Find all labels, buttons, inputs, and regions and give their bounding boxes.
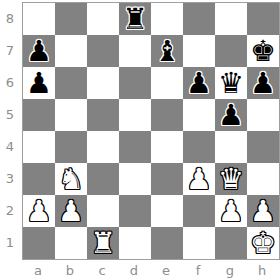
square-d2[interactable] xyxy=(119,195,151,227)
square-e7[interactable]: ♝ xyxy=(151,35,183,67)
piece-black-pawn[interactable]: ♟ xyxy=(183,67,215,99)
square-a1[interactable] xyxy=(23,227,55,259)
square-e3[interactable] xyxy=(151,163,183,195)
square-g4[interactable] xyxy=(215,131,247,163)
square-f2[interactable] xyxy=(183,195,215,227)
square-a7[interactable]: ♟ xyxy=(23,35,55,67)
square-f4[interactable] xyxy=(183,131,215,163)
file-labels: abcdefgh xyxy=(22,260,278,280)
square-a8[interactable] xyxy=(23,3,55,35)
piece-black-queen[interactable]: ♛ xyxy=(215,67,247,99)
square-f1[interactable] xyxy=(183,227,215,259)
square-g3[interactable]: ♛ xyxy=(215,163,247,195)
square-c2[interactable] xyxy=(87,195,119,227)
file-label-c: c xyxy=(86,260,118,280)
square-c5[interactable] xyxy=(87,99,119,131)
square-d6[interactable] xyxy=(119,67,151,99)
square-d5[interactable] xyxy=(119,99,151,131)
square-g1[interactable] xyxy=(215,227,247,259)
square-b6[interactable] xyxy=(55,67,87,99)
piece-black-bishop[interactable]: ♝ xyxy=(151,35,183,67)
square-h8[interactable] xyxy=(247,3,279,35)
square-h3[interactable] xyxy=(247,163,279,195)
square-b3[interactable]: ♞ xyxy=(55,163,87,195)
square-c8[interactable] xyxy=(87,3,119,35)
square-d1[interactable] xyxy=(119,227,151,259)
square-d3[interactable] xyxy=(119,163,151,195)
square-g5[interactable]: ♟ xyxy=(215,99,247,131)
rank-label-2: 2 xyxy=(0,194,20,226)
square-c6[interactable] xyxy=(87,67,119,99)
piece-white-queen[interactable]: ♛ xyxy=(215,163,247,195)
square-e2[interactable] xyxy=(151,195,183,227)
square-e4[interactable] xyxy=(151,131,183,163)
square-c1[interactable]: ♜ xyxy=(87,227,119,259)
piece-white-king[interactable]: ♚ xyxy=(247,227,279,259)
square-b1[interactable] xyxy=(55,227,87,259)
chess-diagram: 87654321 ♜♟♝♚♟♟♛♟♟♞♟♛♟♟♟♟♜♚ abcdefgh xyxy=(0,0,280,280)
square-a6[interactable]: ♟ xyxy=(23,67,55,99)
piece-white-pawn[interactable]: ♟ xyxy=(183,163,215,195)
square-h1[interactable]: ♚ xyxy=(247,227,279,259)
file-label-g: g xyxy=(214,260,246,280)
rank-label-4: 4 xyxy=(0,130,20,162)
square-d8[interactable]: ♜ xyxy=(119,3,151,35)
rank-label-6: 6 xyxy=(0,66,20,98)
square-h5[interactable] xyxy=(247,99,279,131)
file-label-a: a xyxy=(22,260,54,280)
piece-white-knight[interactable]: ♞ xyxy=(55,163,87,195)
square-e5[interactable] xyxy=(151,99,183,131)
square-g2[interactable]: ♟ xyxy=(215,195,247,227)
piece-black-pawn[interactable]: ♟ xyxy=(215,99,247,131)
piece-black-pawn[interactable]: ♟ xyxy=(23,67,55,99)
file-label-h: h xyxy=(246,260,278,280)
square-b8[interactable] xyxy=(55,3,87,35)
piece-black-pawn[interactable]: ♟ xyxy=(23,35,55,67)
square-e1[interactable] xyxy=(151,227,183,259)
piece-black-rook[interactable]: ♜ xyxy=(119,3,151,35)
piece-black-king[interactable]: ♚ xyxy=(247,35,279,67)
square-h4[interactable] xyxy=(247,131,279,163)
square-d4[interactable] xyxy=(119,131,151,163)
piece-black-pawn[interactable]: ♟ xyxy=(247,67,279,99)
square-h6[interactable]: ♟ xyxy=(247,67,279,99)
square-f3[interactable]: ♟ xyxy=(183,163,215,195)
square-b4[interactable] xyxy=(55,131,87,163)
piece-white-pawn[interactable]: ♟ xyxy=(247,195,279,227)
square-e8[interactable] xyxy=(151,3,183,35)
file-label-b: b xyxy=(54,260,86,280)
square-a3[interactable] xyxy=(23,163,55,195)
square-g7[interactable] xyxy=(215,35,247,67)
piece-white-pawn[interactable]: ♟ xyxy=(215,195,247,227)
square-c4[interactable] xyxy=(87,131,119,163)
square-g6[interactable]: ♛ xyxy=(215,67,247,99)
square-a5[interactable] xyxy=(23,99,55,131)
rank-label-8: 8 xyxy=(0,2,20,34)
piece-white-pawn[interactable]: ♟ xyxy=(23,195,55,227)
square-e6[interactable] xyxy=(151,67,183,99)
square-b5[interactable] xyxy=(55,99,87,131)
chess-board[interactable]: ♜♟♝♚♟♟♛♟♟♞♟♛♟♟♟♟♜♚ xyxy=(22,2,280,260)
rank-label-1: 1 xyxy=(0,226,20,258)
square-f6[interactable]: ♟ xyxy=(183,67,215,99)
square-f7[interactable] xyxy=(183,35,215,67)
file-label-e: e xyxy=(150,260,182,280)
square-c7[interactable] xyxy=(87,35,119,67)
square-h2[interactable]: ♟ xyxy=(247,195,279,227)
square-g8[interactable] xyxy=(215,3,247,35)
square-f5[interactable] xyxy=(183,99,215,131)
rank-labels: 87654321 xyxy=(0,2,20,258)
square-f8[interactable] xyxy=(183,3,215,35)
piece-white-pawn[interactable]: ♟ xyxy=(55,195,87,227)
rank-label-5: 5 xyxy=(0,98,20,130)
square-c3[interactable] xyxy=(87,163,119,195)
piece-white-rook[interactable]: ♜ xyxy=(87,227,119,259)
square-a4[interactable] xyxy=(23,131,55,163)
file-label-f: f xyxy=(182,260,214,280)
square-a2[interactable]: ♟ xyxy=(23,195,55,227)
square-h7[interactable]: ♚ xyxy=(247,35,279,67)
square-b2[interactable]: ♟ xyxy=(55,195,87,227)
square-b7[interactable] xyxy=(55,35,87,67)
rank-label-3: 3 xyxy=(0,162,20,194)
square-d7[interactable] xyxy=(119,35,151,67)
rank-label-7: 7 xyxy=(0,34,20,66)
file-label-d: d xyxy=(118,260,150,280)
